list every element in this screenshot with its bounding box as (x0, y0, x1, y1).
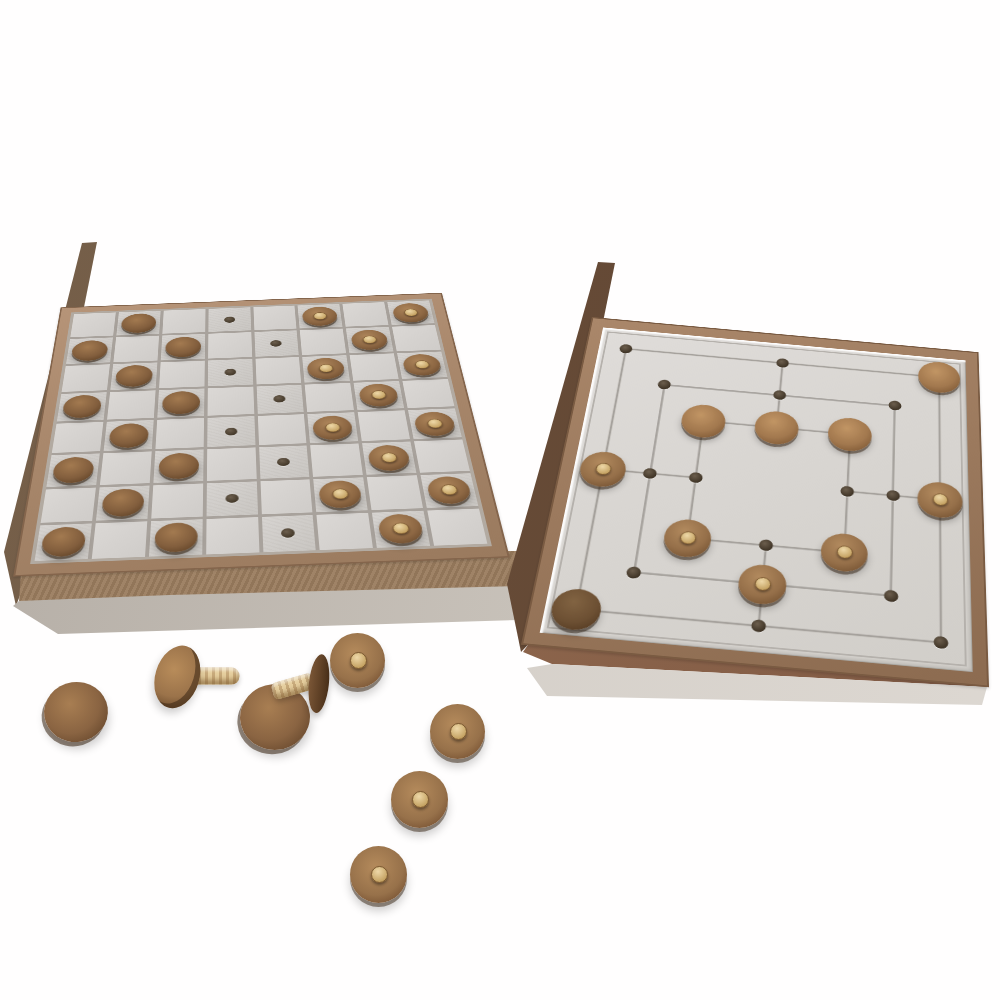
morris-box (521, 317, 989, 687)
checkers-square-r2c5[interactable] (254, 330, 299, 356)
morris-point-c3[interactable] (661, 518, 713, 560)
morris-board (540, 327, 973, 672)
checkers-square-r6c2 (100, 452, 152, 485)
morris-point-c5[interactable] (679, 403, 727, 440)
morris-point-a7[interactable] (619, 344, 633, 354)
checker-piece-plain[interactable] (115, 365, 153, 388)
checkers-square-r8c1[interactable] (35, 523, 92, 561)
checker-piece-plain[interactable] (154, 522, 198, 553)
checkers-square-r6c3[interactable] (153, 450, 203, 483)
checkers-board (30, 299, 492, 564)
peg-hole (883, 589, 898, 602)
checkers-square-r5c8[interactable] (408, 408, 462, 439)
loose-piece-peg-up[interactable] (391, 771, 448, 828)
checkers-square-r5c2[interactable] (103, 420, 153, 451)
checkers-square-r5c6[interactable] (308, 412, 359, 443)
checkers-square-r8c3[interactable] (149, 519, 203, 557)
checkers-square-r8c8 (427, 508, 487, 545)
peg-hole (657, 380, 671, 391)
morris-point-d5[interactable] (753, 409, 800, 446)
checkers-square-r2c3[interactable] (161, 334, 205, 360)
morris-point-f2[interactable] (883, 589, 898, 602)
checkers-square-r6c4 (207, 448, 257, 481)
peg-hole (773, 390, 787, 401)
checkers-square-r7c8[interactable] (421, 473, 479, 508)
loose-piece-peg-up[interactable] (330, 633, 385, 688)
peg-hole (751, 619, 767, 633)
checkers-board-rim (13, 293, 510, 577)
peg-hole (888, 400, 901, 411)
checkers-square-r8c5[interactable] (261, 515, 316, 552)
checkers-square-r7c6[interactable] (314, 477, 368, 512)
morris-point-f4[interactable] (886, 490, 900, 502)
checkers-square-r3c3 (159, 360, 205, 388)
checker-piece-plain[interactable] (120, 313, 156, 334)
morris-point-a4[interactable] (577, 450, 629, 489)
checkers-square-r2c2 (113, 336, 159, 362)
checker-piece-pegged[interactable] (312, 415, 353, 441)
loose-piece-peg-up[interactable] (430, 704, 485, 759)
checkers-square-r5c4[interactable] (207, 416, 255, 447)
morris-point-a1[interactable] (548, 587, 604, 632)
checkers-square-r5c7 (358, 410, 410, 441)
peg-hole (619, 344, 633, 354)
morris-piece-pegged[interactable] (661, 518, 713, 560)
checkers-square-r3c6[interactable] (302, 355, 350, 383)
morris-board-rim (521, 317, 989, 687)
checkers-square-r4c8 (402, 379, 454, 408)
morris-point-c4[interactable] (688, 472, 703, 484)
morris-piece-pegged[interactable] (917, 480, 963, 519)
peg-hole (776, 358, 789, 368)
checker-piece-plain[interactable] (162, 391, 200, 415)
morris-point-e5[interactable] (827, 416, 872, 453)
checker-piece-pegged[interactable] (392, 303, 431, 323)
morris-piece-plain[interactable] (827, 416, 872, 453)
peg-hole (225, 494, 238, 503)
checkers-square-r1c8[interactable] (387, 300, 434, 325)
checkers-square-r3c5 (255, 357, 301, 385)
peg-hole (934, 636, 949, 650)
checkers-square-r7c1 (41, 487, 96, 522)
peg-hole (224, 316, 235, 323)
checkers-square-r8c6 (317, 513, 373, 550)
checkers-square-r1c3 (162, 309, 205, 334)
checkers-square-r4c2 (107, 390, 155, 419)
peg-hole (270, 340, 282, 347)
checker-piece-pegged[interactable] (402, 354, 443, 377)
checkers-square-r2c4 (208, 332, 252, 358)
morris-point-b2[interactable] (626, 566, 642, 579)
checkers-square-r7c7 (367, 475, 423, 510)
peg-hole (840, 486, 854, 498)
morris-point-d1[interactable] (751, 619, 767, 633)
checkers-square-r8c4 (206, 517, 259, 555)
checkers-square-r1c4[interactable] (208, 307, 251, 332)
piece-disc-edge (306, 653, 332, 714)
checker-piece-plain[interactable] (51, 456, 95, 483)
checker-piece-pegged[interactable] (350, 329, 389, 350)
checkers-square-r3c4[interactable] (208, 359, 253, 387)
checker-piece-pegged[interactable] (377, 514, 425, 545)
morris-piece-plain[interactable] (918, 360, 960, 394)
checkers-square-r2c6 (300, 329, 346, 355)
checkers-square-r7c5 (260, 479, 313, 514)
checkers-square-r6c7[interactable] (362, 442, 416, 475)
checkers-box (13, 293, 510, 577)
checkers-square-r4c6 (305, 383, 354, 412)
checkers-square-r1c7 (343, 302, 389, 327)
morris-piece-plain[interactable] (679, 403, 727, 440)
checkers-square-r4c5[interactable] (256, 385, 304, 414)
morris-point-g4[interactable] (917, 480, 963, 519)
checker-piece-plain[interactable] (101, 488, 145, 517)
peg-hole (224, 369, 236, 376)
morris-piece-pegged[interactable] (577, 450, 629, 489)
checkers-square-r6c8 (414, 440, 470, 473)
loose-piece-plain-disc[interactable] (40, 678, 112, 746)
morris-point-e4[interactable] (840, 486, 854, 498)
peg-hole (643, 468, 658, 480)
morris-piece-pegged[interactable] (820, 532, 868, 574)
checkers-square-r3c1 (62, 364, 110, 392)
checker-piece-plain[interactable] (40, 526, 87, 557)
checkers-square-r5c3 (155, 418, 204, 449)
checkers-square-r8c7[interactable] (372, 511, 430, 548)
morris-point-f6[interactable] (888, 400, 901, 411)
checker-piece-pegged[interactable] (307, 357, 346, 380)
checker-piece-plain[interactable] (158, 452, 199, 479)
morris-point-d2[interactable] (737, 563, 788, 606)
peg-dowel (191, 668, 239, 685)
checkers-square-r1c2[interactable] (116, 311, 160, 336)
loose-piece-peg-sideways[interactable] (270, 653, 335, 718)
checkers-square-r4c3[interactable] (157, 388, 204, 417)
checker-piece-plain[interactable] (108, 423, 149, 449)
morris-piece-plain[interactable] (753, 409, 800, 446)
checkers-square-r4c4 (207, 386, 254, 415)
peg-hole (886, 490, 900, 502)
checkers-square-r6c1[interactable] (46, 454, 99, 487)
checkers-square-r1c6[interactable] (298, 304, 343, 329)
checkers-square-r3c7 (350, 353, 399, 380)
checkers-square-r7c2[interactable] (96, 485, 149, 520)
morris-point-d6[interactable] (773, 390, 787, 401)
checker-piece-pegged[interactable] (426, 476, 473, 505)
peg-hole (281, 528, 295, 538)
checkers-square-r5c1 (52, 422, 103, 453)
morris-point-d3[interactable] (758, 539, 773, 552)
checker-piece-pegged[interactable] (358, 383, 399, 407)
checkers-square-r7c3 (151, 483, 203, 518)
checker-piece-pegged[interactable] (302, 306, 339, 326)
morris-piece-pegged[interactable] (737, 563, 788, 606)
morris-point-g7[interactable] (918, 360, 960, 394)
morris-point-b4[interactable] (643, 468, 658, 480)
peg-hole (274, 395, 286, 403)
morris-point-b6[interactable] (657, 380, 671, 391)
checker-piece-plain[interactable] (62, 395, 103, 419)
checkers-square-r1c1 (70, 312, 115, 337)
loose-piece-peg-up[interactable] (350, 846, 407, 903)
morris-point-e3[interactable] (820, 532, 868, 574)
peg-hole (688, 472, 703, 484)
checkers-square-r8c2 (92, 521, 147, 559)
checker-piece-pegged[interactable] (367, 444, 411, 471)
peg-hole (225, 427, 237, 435)
checkers-square-r2c8 (392, 325, 441, 351)
checker-piece-plain[interactable] (165, 336, 201, 358)
checkers-square-r2c7[interactable] (346, 327, 393, 353)
morris-point-g1[interactable] (934, 636, 949, 650)
checkers-square-r4c7[interactable] (354, 381, 405, 410)
peg-hole (758, 539, 773, 552)
checkers-square-r3c8[interactable] (397, 351, 447, 378)
checker-piece-pegged[interactable] (413, 411, 457, 436)
checker-piece-pegged[interactable] (318, 480, 362, 509)
checkers-square-r6c5[interactable] (259, 446, 310, 479)
checkers-square-r3c2[interactable] (110, 362, 157, 390)
morris-point-d7[interactable] (776, 358, 789, 368)
checkers-square-r5c5 (257, 414, 306, 445)
product-photo-scene (0, 0, 1000, 1000)
checkers-square-r2c1[interactable] (66, 338, 113, 364)
peg-hole (626, 566, 642, 579)
peg-hole (277, 458, 290, 467)
checkers-square-r1c5 (253, 306, 297, 331)
checkers-square-r6c6 (311, 444, 364, 477)
morris-piece-plain[interactable] (548, 587, 604, 632)
checkers-square-r4c1[interactable] (57, 392, 107, 421)
checker-piece-plain[interactable] (70, 340, 108, 362)
loose-pieces-group (0, 0, 1000, 224)
checkers-square-r7c4[interactable] (206, 481, 257, 516)
